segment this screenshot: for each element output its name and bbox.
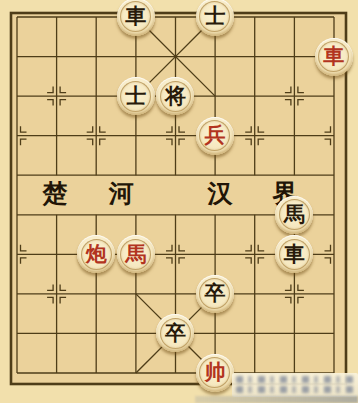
piece-black-advisor[interactable]: 士 <box>196 0 234 36</box>
piece-black-horse[interactable]: 馬 <box>275 196 313 234</box>
piece-black-chariot[interactable]: 車 <box>275 235 313 273</box>
piece-glyph: 卒 <box>165 322 186 343</box>
piece-face: 車 <box>120 1 151 32</box>
piece-glyph: 士 <box>125 85 146 106</box>
piece-face: 将 <box>160 81 191 112</box>
piece-black-advisor[interactable]: 士 <box>117 77 155 115</box>
piece-glyph: 馬 <box>284 203 305 224</box>
piece-red-general[interactable]: 帅 <box>196 354 234 392</box>
piece-face: 馬 <box>120 239 151 270</box>
piece-black-soldier[interactable]: 卒 <box>156 314 194 352</box>
piece-face: 卒 <box>160 318 191 349</box>
piece-glyph: 士 <box>204 5 225 26</box>
piece-glyph: 卒 <box>204 282 225 303</box>
piece-face: 士 <box>199 1 230 32</box>
piece-glyph: 兵 <box>204 124 225 145</box>
xiangqi-board-screen: 楚河汉界 車士車士将兵馬炮馬車卒卒帅 <box>0 0 358 403</box>
piece-face: 馬 <box>279 199 310 230</box>
watermark-smudge-line <box>236 376 354 383</box>
piece-glyph: 炮 <box>86 243 107 264</box>
piece-red-horse[interactable]: 馬 <box>117 235 155 273</box>
piece-glyph: 車 <box>125 5 146 26</box>
piece-black-soldier[interactable]: 卒 <box>196 275 234 313</box>
piece-red-chariot[interactable]: 車 <box>315 38 353 76</box>
piece-black-general[interactable]: 将 <box>156 77 194 115</box>
piece-black-chariot[interactable]: 車 <box>117 0 155 36</box>
piece-face: 車 <box>318 41 349 72</box>
piece-glyph: 馬 <box>125 243 146 264</box>
piece-face: 炮 <box>81 239 112 270</box>
piece-face: 士 <box>120 81 151 112</box>
piece-red-soldier[interactable]: 兵 <box>196 117 234 155</box>
blurred-watermark <box>232 373 358 397</box>
watermark-bottom-strip <box>195 396 358 403</box>
piece-face: 兵 <box>199 120 230 151</box>
piece-face: 卒 <box>199 278 230 309</box>
piece-glyph: 車 <box>284 243 305 264</box>
piece-glyph: 車 <box>323 45 344 66</box>
piece-red-cannon[interactable]: 炮 <box>77 235 115 273</box>
watermark-smudge-line <box>236 386 354 393</box>
piece-glyph: 将 <box>165 85 186 106</box>
board-pieces-grid: 車士車士将兵馬炮馬車卒卒帅 <box>0 0 354 393</box>
piece-glyph: 帅 <box>204 361 225 382</box>
piece-face: 車 <box>279 239 310 270</box>
piece-face: 帅 <box>199 357 230 388</box>
